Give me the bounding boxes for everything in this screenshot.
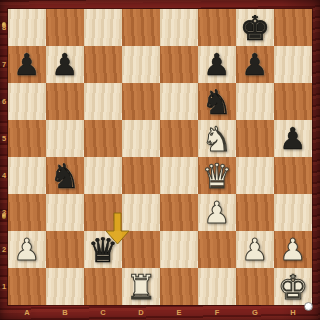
square-d8[interactable] bbox=[122, 9, 160, 46]
black-pawn-f7[interactable]: ♟ bbox=[204, 50, 231, 80]
square-a5[interactable] bbox=[8, 120, 46, 157]
file-label-a: A bbox=[8, 305, 46, 320]
square-g6[interactable] bbox=[236, 83, 274, 120]
square-g2[interactable]: ♟ bbox=[236, 231, 274, 268]
rank-label-2: 2 bbox=[0, 231, 8, 268]
square-c4[interactable] bbox=[84, 157, 122, 194]
file-label-d: D bbox=[122, 305, 160, 320]
square-h6[interactable] bbox=[274, 83, 312, 120]
square-e4[interactable] bbox=[160, 157, 198, 194]
square-e7[interactable] bbox=[160, 46, 198, 83]
square-c2[interactable]: ♛ bbox=[84, 231, 122, 268]
square-c1[interactable] bbox=[84, 268, 122, 305]
square-e8[interactable] bbox=[160, 9, 198, 46]
square-b7[interactable]: ♟ bbox=[46, 46, 84, 83]
rank-label-4: 4 bbox=[0, 157, 8, 194]
square-d1[interactable]: ♜ bbox=[122, 268, 160, 305]
square-g8[interactable]: ♚ bbox=[236, 9, 274, 46]
file-label-b: B bbox=[46, 305, 84, 320]
square-b3[interactable] bbox=[46, 194, 84, 231]
black-pawn-b7[interactable]: ♟ bbox=[52, 50, 79, 80]
square-a3[interactable] bbox=[8, 194, 46, 231]
rank-label-8: 8 bbox=[0, 9, 8, 46]
square-e3[interactable] bbox=[160, 194, 198, 231]
white-to-move-indicator bbox=[304, 302, 313, 311]
square-c5[interactable] bbox=[84, 120, 122, 157]
square-g4[interactable] bbox=[236, 157, 274, 194]
black-knight-b4[interactable]: ♞ bbox=[50, 159, 80, 193]
square-c8[interactable] bbox=[84, 9, 122, 46]
rank-label-5: 5 bbox=[0, 120, 8, 157]
square-f8[interactable] bbox=[198, 9, 236, 46]
white-pawn-g2[interactable]: ♟ bbox=[242, 235, 269, 265]
white-knight-f5[interactable]: ♞ bbox=[202, 122, 232, 156]
square-h7[interactable] bbox=[274, 46, 312, 83]
white-rook-d1[interactable]: ♜ bbox=[126, 270, 156, 304]
square-g3[interactable] bbox=[236, 194, 274, 231]
file-label-f: F bbox=[198, 305, 236, 320]
chess-diagram: 87654321 ABCDEFGH ♚♟♟♟♟♞♞♟♞♛♟♟♛♟♟♜♚ bbox=[0, 0, 320, 320]
square-c6[interactable] bbox=[84, 83, 122, 120]
black-queen-c2[interactable]: ♛ bbox=[88, 233, 118, 267]
square-a6[interactable] bbox=[8, 83, 46, 120]
square-d2[interactable] bbox=[122, 231, 160, 268]
rank-label-7: 7 bbox=[0, 46, 8, 83]
square-b2[interactable] bbox=[46, 231, 84, 268]
black-king-g8[interactable]: ♚ bbox=[240, 11, 270, 45]
file-label-e: E bbox=[160, 305, 198, 320]
square-f2[interactable] bbox=[198, 231, 236, 268]
square-h5[interactable]: ♟ bbox=[274, 120, 312, 157]
square-e6[interactable] bbox=[160, 83, 198, 120]
square-f3[interactable]: ♟ bbox=[198, 194, 236, 231]
square-h2[interactable]: ♟ bbox=[274, 231, 312, 268]
square-a7[interactable]: ♟ bbox=[8, 46, 46, 83]
square-d3[interactable] bbox=[122, 194, 160, 231]
white-king-h1[interactable]: ♚ bbox=[278, 270, 308, 304]
square-c3[interactable] bbox=[84, 194, 122, 231]
square-a2[interactable]: ♟ bbox=[8, 231, 46, 268]
black-pawn-a7[interactable]: ♟ bbox=[14, 50, 41, 80]
white-pawn-f3[interactable]: ♟ bbox=[204, 198, 231, 228]
file-label-g: G bbox=[236, 305, 274, 320]
square-g5[interactable] bbox=[236, 120, 274, 157]
rank-labels: 87654321 bbox=[0, 9, 8, 305]
black-knight-f6[interactable]: ♞ bbox=[202, 85, 232, 119]
file-label-c: C bbox=[84, 305, 122, 320]
square-b6[interactable] bbox=[46, 83, 84, 120]
square-g7[interactable]: ♟ bbox=[236, 46, 274, 83]
square-h1[interactable]: ♚ bbox=[274, 268, 312, 305]
square-f5[interactable]: ♞ bbox=[198, 120, 236, 157]
square-e1[interactable] bbox=[160, 268, 198, 305]
square-h4[interactable] bbox=[274, 157, 312, 194]
square-b5[interactable] bbox=[46, 120, 84, 157]
white-queen-f4[interactable]: ♛ bbox=[202, 159, 232, 193]
square-d4[interactable] bbox=[122, 157, 160, 194]
square-e2[interactable] bbox=[160, 231, 198, 268]
square-b4[interactable]: ♞ bbox=[46, 157, 84, 194]
square-f6[interactable]: ♞ bbox=[198, 83, 236, 120]
square-h8[interactable] bbox=[274, 9, 312, 46]
rank-label-1: 1 bbox=[0, 268, 8, 305]
square-a1[interactable] bbox=[8, 268, 46, 305]
square-f4[interactable]: ♛ bbox=[198, 157, 236, 194]
black-pawn-g7[interactable]: ♟ bbox=[242, 50, 269, 80]
square-b8[interactable] bbox=[46, 9, 84, 46]
square-e5[interactable] bbox=[160, 120, 198, 157]
rank-label-6: 6 bbox=[0, 83, 8, 120]
file-labels: ABCDEFGH bbox=[8, 305, 312, 320]
square-f1[interactable] bbox=[198, 268, 236, 305]
square-b1[interactable] bbox=[46, 268, 84, 305]
white-pawn-h2[interactable]: ♟ bbox=[280, 235, 307, 265]
white-pawn-a2[interactable]: ♟ bbox=[14, 235, 41, 265]
black-pawn-h5[interactable]: ♟ bbox=[280, 124, 307, 154]
square-d7[interactable] bbox=[122, 46, 160, 83]
square-a8[interactable] bbox=[8, 9, 46, 46]
square-d5[interactable] bbox=[122, 120, 160, 157]
square-d6[interactable] bbox=[122, 83, 160, 120]
chess-board: ♚♟♟♟♟♞♞♟♞♛♟♟♛♟♟♜♚ bbox=[8, 9, 312, 305]
square-f7[interactable]: ♟ bbox=[198, 46, 236, 83]
square-g1[interactable] bbox=[236, 268, 274, 305]
square-c7[interactable] bbox=[84, 46, 122, 83]
square-a4[interactable] bbox=[8, 157, 46, 194]
rank-label-3: 3 bbox=[0, 194, 8, 231]
square-h3[interactable] bbox=[274, 194, 312, 231]
